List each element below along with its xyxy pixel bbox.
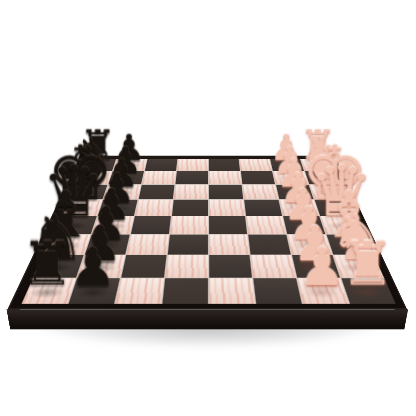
piece-black-pawn-a7[interactable]: ♟ [67,278,118,303]
piece-pink-pawn-a2[interactable]: ♟ [296,278,347,303]
square-h5[interactable] [177,159,208,171]
square-g5[interactable] [175,171,208,184]
square-d5[interactable] [170,216,208,234]
square-g6[interactable] [142,171,176,184]
piece-glyph: ♟ [258,243,387,292]
board-front-edge [6,309,408,329]
square-b4[interactable] [209,255,252,277]
square-h4[interactable] [209,159,240,171]
square-g3[interactable] [241,171,275,184]
chess-board: ♜♞♝♛♚♝♞♜♟♟♟♟♟♟♟♟♟♟♟♟♟♟♟♟♜♞♝♛♚♝♞♜ [8,156,407,309]
piece-glyph: ♟ [28,243,157,292]
square-e5[interactable] [172,200,208,216]
square-d4[interactable] [209,216,247,234]
square-h3[interactable] [239,159,271,171]
square-h6[interactable] [145,159,177,171]
square-f4[interactable] [209,185,243,200]
square-e4[interactable] [209,200,245,216]
square-c5[interactable] [168,235,208,255]
square-a4[interactable] [209,278,255,303]
square-b5[interactable] [165,255,208,277]
square-f5[interactable] [174,185,208,200]
square-g4[interactable] [209,171,242,184]
square-c4[interactable] [209,235,249,255]
chess-set-photo: ♜♞♝♛♚♝♞♜♟♟♟♟♟♟♟♟♟♟♟♟♟♟♟♟♜♞♝♛♚♝♞♜ [0,0,416,416]
square-a5[interactable] [162,278,208,303]
